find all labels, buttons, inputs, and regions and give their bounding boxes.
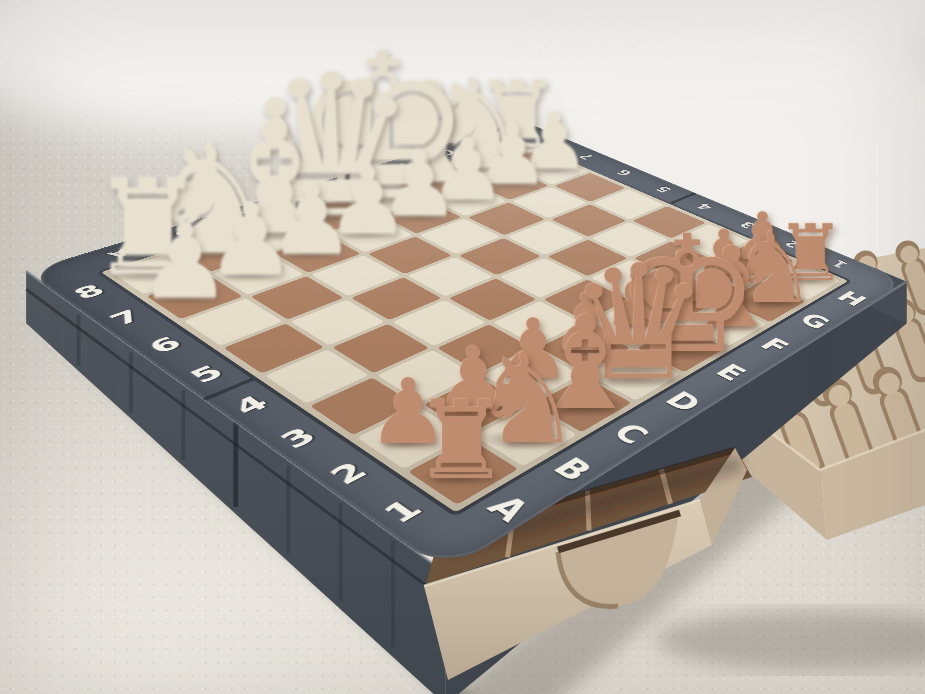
piece-cream-pawn-a7[interactable]: ♟	[133, 210, 236, 313]
piece-brown-rook-a1[interactable]: ♜	[407, 387, 516, 496]
photo-scene: 8AA87BB76CC65DD54EE43FF32GG21HH1 ♜♞♝♛♚♝♞…	[0, 0, 925, 694]
tray-ground-shadow	[655, 610, 925, 670]
